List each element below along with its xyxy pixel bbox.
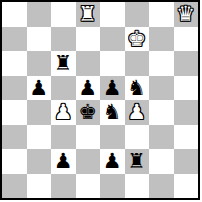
square-b4[interactable] — [27, 100, 52, 125]
square-h3[interactable] — [174, 125, 199, 150]
square-c2[interactable]: ♟ — [51, 149, 76, 174]
square-a4[interactable] — [2, 100, 27, 125]
square-d8[interactable]: ♜ — [76, 2, 101, 27]
square-h4[interactable] — [174, 100, 199, 125]
square-h1[interactable] — [174, 174, 199, 199]
square-a3[interactable] — [2, 125, 27, 150]
black-pawn-piece: ♟ — [54, 149, 73, 174]
square-h6[interactable] — [174, 51, 199, 76]
square-d4[interactable]: ♚ — [76, 100, 101, 125]
square-e1[interactable] — [100, 174, 125, 199]
square-a8[interactable] — [2, 2, 27, 27]
square-b3[interactable] — [27, 125, 52, 150]
square-a6[interactable] — [2, 51, 27, 76]
square-h5[interactable] — [174, 76, 199, 101]
square-b2[interactable] — [27, 149, 52, 174]
square-g1[interactable] — [149, 174, 174, 199]
white-king-piece: ♚ — [127, 27, 146, 52]
square-a5[interactable] — [2, 76, 27, 101]
black-pawn-piece: ♟ — [103, 149, 122, 174]
square-d3[interactable] — [76, 125, 101, 150]
square-a1[interactable] — [2, 174, 27, 199]
square-c8[interactable] — [51, 2, 76, 27]
square-g4[interactable] — [149, 100, 174, 125]
square-c4[interactable]: ♟ — [51, 100, 76, 125]
black-pawn-piece: ♟ — [103, 76, 122, 101]
square-b7[interactable] — [27, 27, 52, 52]
square-e6[interactable] — [100, 51, 125, 76]
square-d1[interactable] — [76, 174, 101, 199]
square-h8[interactable]: ♛ — [174, 2, 199, 27]
square-f3[interactable] — [125, 125, 150, 150]
square-c5[interactable] — [51, 76, 76, 101]
square-d6[interactable] — [76, 51, 101, 76]
square-f2[interactable]: ♜ — [125, 149, 150, 174]
square-d2[interactable] — [76, 149, 101, 174]
square-d7[interactable] — [76, 27, 101, 52]
square-c7[interactable] — [51, 27, 76, 52]
white-queen-piece: ♛ — [176, 2, 195, 27]
square-g2[interactable] — [149, 149, 174, 174]
black-king-piece: ♚ — [78, 100, 97, 125]
square-e8[interactable] — [100, 2, 125, 27]
square-h7[interactable] — [174, 27, 199, 52]
square-e7[interactable] — [100, 27, 125, 52]
square-d5[interactable]: ♟ — [76, 76, 101, 101]
square-h2[interactable] — [174, 149, 199, 174]
white-rook-piece: ♜ — [78, 2, 97, 27]
square-f6[interactable] — [125, 51, 150, 76]
white-pawn-piece: ♟ — [127, 100, 146, 125]
black-knight-piece: ♞ — [127, 76, 146, 101]
black-rook-piece: ♜ — [127, 149, 146, 174]
chess-board: ♜♛♚♜♟♟♟♞♟♚♞♟♟♟♜ — [2, 2, 198, 198]
square-b1[interactable] — [27, 174, 52, 199]
square-f7[interactable]: ♚ — [125, 27, 150, 52]
square-b6[interactable] — [27, 51, 52, 76]
square-c3[interactable] — [51, 125, 76, 150]
square-g5[interactable] — [149, 76, 174, 101]
square-f8[interactable] — [125, 2, 150, 27]
white-pawn-piece: ♟ — [54, 100, 73, 125]
square-g3[interactable] — [149, 125, 174, 150]
square-g7[interactable] — [149, 27, 174, 52]
square-c1[interactable] — [51, 174, 76, 199]
black-pawn-piece: ♟ — [29, 76, 48, 101]
square-a7[interactable] — [2, 27, 27, 52]
square-b8[interactable] — [27, 2, 52, 27]
chess-board-frame: ♜♛♚♜♟♟♟♞♟♚♞♟♟♟♜ — [0, 0, 200, 200]
square-c6[interactable]: ♜ — [51, 51, 76, 76]
square-f5[interactable]: ♞ — [125, 76, 150, 101]
black-pawn-piece: ♟ — [78, 76, 97, 101]
square-f1[interactable] — [125, 174, 150, 199]
square-f4[interactable]: ♟ — [125, 100, 150, 125]
square-g8[interactable] — [149, 2, 174, 27]
black-knight-piece: ♞ — [103, 100, 122, 125]
square-e3[interactable] — [100, 125, 125, 150]
square-e4[interactable]: ♞ — [100, 100, 125, 125]
square-e5[interactable]: ♟ — [100, 76, 125, 101]
black-rook-piece: ♜ — [54, 51, 73, 76]
square-a2[interactable] — [2, 149, 27, 174]
square-b5[interactable]: ♟ — [27, 76, 52, 101]
square-e2[interactable]: ♟ — [100, 149, 125, 174]
square-g6[interactable] — [149, 51, 174, 76]
